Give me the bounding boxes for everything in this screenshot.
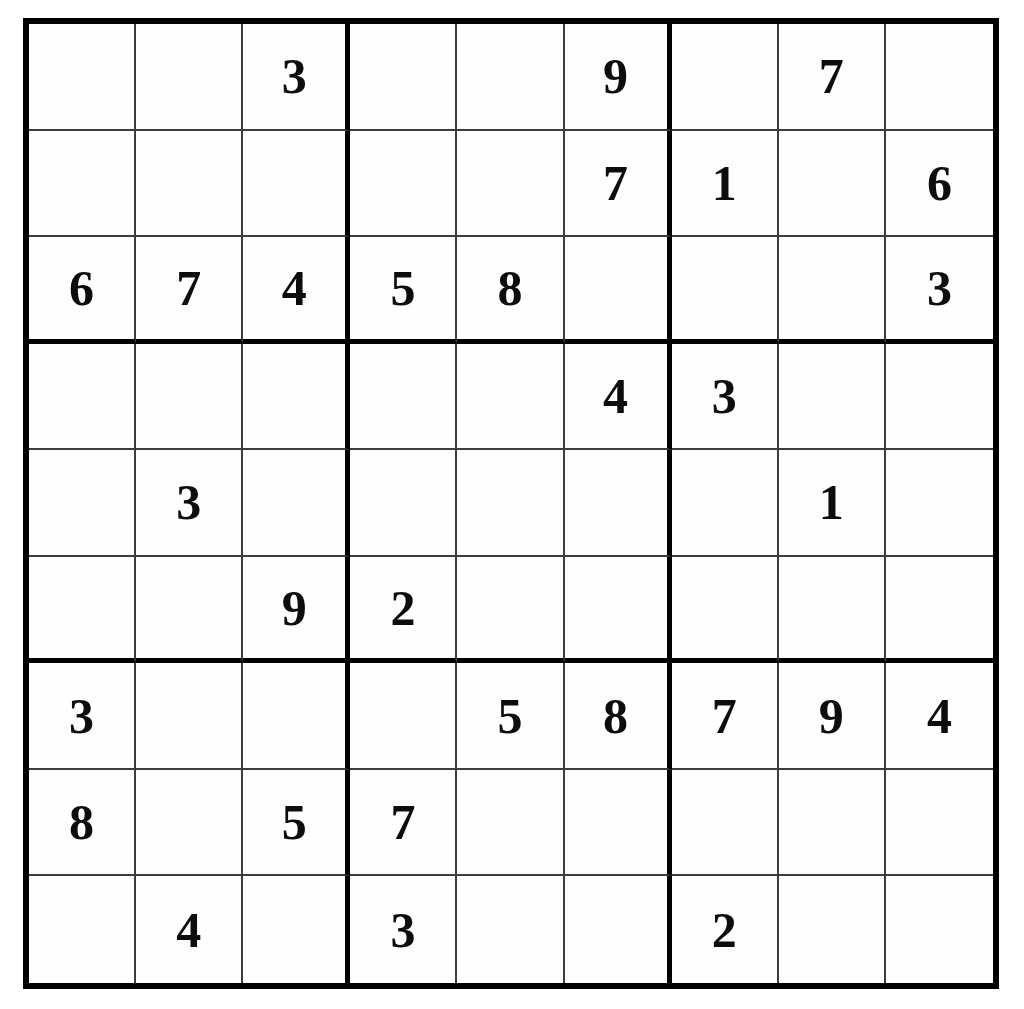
given-digit: 8 xyxy=(603,691,628,741)
cell-r9c9[interactable] xyxy=(886,876,993,983)
given-digit: 5 xyxy=(390,263,415,313)
cell-r3c9[interactable]: 3 xyxy=(886,237,993,344)
cell-r1c4[interactable] xyxy=(350,24,457,131)
cell-r7c1[interactable]: 3 xyxy=(29,663,136,770)
cell-r4c9[interactable] xyxy=(886,344,993,451)
cell-r1c8[interactable]: 7 xyxy=(779,24,886,131)
cell-r8c8[interactable] xyxy=(779,770,886,877)
cell-r9c2[interactable]: 4 xyxy=(136,876,243,983)
cell-r1c7[interactable] xyxy=(672,24,779,131)
cell-r6c7[interactable] xyxy=(672,557,779,664)
cell-r9c8[interactable] xyxy=(779,876,886,983)
cell-r5c4[interactable] xyxy=(350,450,457,557)
given-digit: 1 xyxy=(712,158,737,208)
given-digit: 3 xyxy=(282,51,307,101)
cell-r9c7[interactable]: 2 xyxy=(672,876,779,983)
cell-r9c1[interactable] xyxy=(29,876,136,983)
cell-r1c6[interactable]: 9 xyxy=(565,24,672,131)
cell-r2c6[interactable]: 7 xyxy=(565,131,672,238)
cell-r2c3[interactable] xyxy=(243,131,350,238)
cell-r7c5[interactable]: 5 xyxy=(457,663,564,770)
cell-r5c5[interactable] xyxy=(457,450,564,557)
cell-r4c7[interactable]: 3 xyxy=(672,344,779,451)
cell-r6c6[interactable] xyxy=(565,557,672,664)
cell-r8c5[interactable] xyxy=(457,770,564,877)
page: 397716674583433192358794857432 xyxy=(0,0,1024,1009)
cell-r1c2[interactable] xyxy=(136,24,243,131)
cell-r1c1[interactable] xyxy=(29,24,136,131)
cell-r6c3[interactable]: 9 xyxy=(243,557,350,664)
given-digit: 3 xyxy=(390,905,415,955)
given-digit: 6 xyxy=(69,263,94,313)
given-digit: 6 xyxy=(927,158,952,208)
given-digit: 3 xyxy=(69,691,94,741)
cell-r4c4[interactable] xyxy=(350,344,457,451)
cell-r5c1[interactable] xyxy=(29,450,136,557)
cell-r5c9[interactable] xyxy=(886,450,993,557)
cell-r1c9[interactable] xyxy=(886,24,993,131)
given-digit: 7 xyxy=(390,797,415,847)
cell-r5c6[interactable] xyxy=(565,450,672,557)
cell-r5c7[interactable] xyxy=(672,450,779,557)
cell-r3c1[interactable]: 6 xyxy=(29,237,136,344)
cell-r9c4[interactable]: 3 xyxy=(350,876,457,983)
cell-r9c6[interactable] xyxy=(565,876,672,983)
cell-r8c1[interactable]: 8 xyxy=(29,770,136,877)
given-digit: 8 xyxy=(497,263,522,313)
given-digit: 7 xyxy=(176,263,201,313)
given-digit: 5 xyxy=(497,691,522,741)
cell-r3c4[interactable]: 5 xyxy=(350,237,457,344)
cell-r8c9[interactable] xyxy=(886,770,993,877)
cell-r8c4[interactable]: 7 xyxy=(350,770,457,877)
sudoku-board: 397716674583433192358794857432 xyxy=(23,18,999,989)
cell-r6c8[interactable] xyxy=(779,557,886,664)
cell-r3c7[interactable] xyxy=(672,237,779,344)
cell-r6c1[interactable] xyxy=(29,557,136,664)
given-digit: 4 xyxy=(927,691,952,741)
cell-r9c5[interactable] xyxy=(457,876,564,983)
cell-r2c2[interactable] xyxy=(136,131,243,238)
cell-r6c9[interactable] xyxy=(886,557,993,664)
cell-r4c2[interactable] xyxy=(136,344,243,451)
cell-r3c5[interactable]: 8 xyxy=(457,237,564,344)
cell-r8c2[interactable] xyxy=(136,770,243,877)
given-digit: 7 xyxy=(819,51,844,101)
given-digit: 3 xyxy=(927,263,952,313)
cell-r3c3[interactable]: 4 xyxy=(243,237,350,344)
cell-r7c6[interactable]: 8 xyxy=(565,663,672,770)
cell-r2c4[interactable] xyxy=(350,131,457,238)
given-digit: 8 xyxy=(69,797,94,847)
cell-r4c3[interactable] xyxy=(243,344,350,451)
given-digit: 1 xyxy=(819,477,844,527)
cell-r3c8[interactable] xyxy=(779,237,886,344)
cell-r5c2[interactable]: 3 xyxy=(136,450,243,557)
cell-r1c3[interactable]: 3 xyxy=(243,24,350,131)
cell-r1c5[interactable] xyxy=(457,24,564,131)
cell-r4c6[interactable]: 4 xyxy=(565,344,672,451)
cell-r8c3[interactable]: 5 xyxy=(243,770,350,877)
given-digit: 4 xyxy=(282,263,307,313)
cell-r2c7[interactable]: 1 xyxy=(672,131,779,238)
cell-r2c5[interactable] xyxy=(457,131,564,238)
cell-r2c8[interactable] xyxy=(779,131,886,238)
cell-r9c3[interactable] xyxy=(243,876,350,983)
cell-r8c6[interactable] xyxy=(565,770,672,877)
cell-r6c4[interactable]: 2 xyxy=(350,557,457,664)
given-digit: 2 xyxy=(390,583,415,633)
cell-r7c4[interactable] xyxy=(350,663,457,770)
given-digit: 7 xyxy=(712,691,737,741)
cell-r4c5[interactable] xyxy=(457,344,564,451)
cell-r7c9[interactable]: 4 xyxy=(886,663,993,770)
cell-r7c8[interactable]: 9 xyxy=(779,663,886,770)
cell-r6c5[interactable] xyxy=(457,557,564,664)
given-digit: 4 xyxy=(603,371,628,421)
cell-r3c2[interactable]: 7 xyxy=(136,237,243,344)
cell-r5c3[interactable] xyxy=(243,450,350,557)
sudoku-grid: 397716674583433192358794857432 xyxy=(29,24,993,983)
given-digit: 9 xyxy=(819,691,844,741)
cell-r6c2[interactable] xyxy=(136,557,243,664)
given-digit: 3 xyxy=(712,371,737,421)
given-digit: 2 xyxy=(712,905,737,955)
given-digit: 4 xyxy=(176,905,201,955)
given-digit: 3 xyxy=(176,477,201,527)
cell-r7c2[interactable] xyxy=(136,663,243,770)
cell-r8c7[interactable] xyxy=(672,770,779,877)
cell-r4c8[interactable] xyxy=(779,344,886,451)
given-digit: 9 xyxy=(282,583,307,633)
cell-r3c6[interactable] xyxy=(565,237,672,344)
cell-r2c9[interactable]: 6 xyxy=(886,131,993,238)
given-digit: 5 xyxy=(282,797,307,847)
cell-r7c7[interactable]: 7 xyxy=(672,663,779,770)
cell-r4c1[interactable] xyxy=(29,344,136,451)
given-digit: 7 xyxy=(603,158,628,208)
given-digit: 9 xyxy=(603,51,628,101)
cell-r5c8[interactable]: 1 xyxy=(779,450,886,557)
cell-r7c3[interactable] xyxy=(243,663,350,770)
cell-r2c1[interactable] xyxy=(29,131,136,238)
